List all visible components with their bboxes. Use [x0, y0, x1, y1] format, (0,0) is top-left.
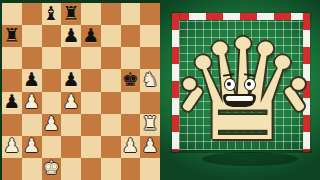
white-pawn-g2[interactable]: ♟ — [122, 136, 139, 155]
black-rook-d8[interactable]: ♜ — [63, 4, 80, 23]
square-g7[interactable] — [121, 25, 141, 47]
square-b6[interactable] — [22, 47, 42, 69]
square-h1[interactable] — [140, 158, 160, 180]
black-pawn-b5[interactable]: ♟ — [23, 70, 40, 89]
square-c7[interactable] — [42, 25, 62, 47]
square-c4[interactable] — [42, 92, 62, 114]
white-knight-h5[interactable]: ♞ — [142, 70, 159, 89]
square-h4[interactable] — [140, 92, 160, 114]
square-d1[interactable] — [61, 158, 81, 180]
queen-hand-left — [181, 76, 198, 92]
square-f1[interactable] — [101, 158, 121, 180]
square-a2[interactable]: ♟ — [2, 136, 22, 158]
square-d2[interactable] — [61, 136, 81, 158]
square-b1[interactable] — [22, 158, 42, 180]
queen-teeth — [226, 96, 253, 101]
square-f8[interactable] — [101, 3, 121, 25]
queen-hand-right — [290, 76, 307, 92]
square-c8[interactable]: ♝ — [42, 3, 62, 25]
square-f5[interactable] — [101, 69, 121, 91]
square-c3[interactable]: ♟ — [42, 114, 62, 136]
square-f4[interactable] — [101, 92, 121, 114]
square-d4[interactable]: ♟ — [61, 92, 81, 114]
white-pawn-b2[interactable]: ♟ — [23, 136, 40, 155]
square-a5[interactable] — [2, 69, 22, 91]
square-d6[interactable] — [61, 47, 81, 69]
chess-board[interactable]: ♝♜♜♟♟♟♟♚♞♟♟♟♟♜♟♟♟♟♚ — [2, 3, 160, 180]
square-h2[interactable]: ♟ — [140, 136, 160, 158]
white-pawn-a2[interactable]: ♟ — [3, 136, 20, 155]
square-e8[interactable] — [81, 3, 101, 25]
square-g3[interactable] — [121, 114, 141, 136]
black-king-g5[interactable]: ♚ — [122, 70, 139, 89]
white-pawn-b4[interactable]: ♟ — [23, 92, 40, 111]
square-h8[interactable] — [140, 3, 160, 25]
thumbnail-stage: ♝♜♜♟♟♟♟♚♞♟♟♟♟♜♟♟♟♟♚ ♛ — [0, 0, 320, 180]
black-pawn-a4[interactable]: ♟ — [3, 92, 20, 111]
square-f2[interactable] — [101, 136, 121, 158]
square-g8[interactable] — [121, 3, 141, 25]
cartoon-queen-goalkeeper: ♛ — [178, 16, 308, 166]
square-b3[interactable] — [22, 114, 42, 136]
square-a4[interactable]: ♟ — [2, 92, 22, 114]
square-d5[interactable]: ♟ — [61, 69, 81, 91]
square-h5[interactable]: ♞ — [140, 69, 160, 91]
square-b2[interactable]: ♟ — [22, 136, 42, 158]
square-g1[interactable] — [121, 158, 141, 180]
square-d7[interactable]: ♟ — [61, 25, 81, 47]
square-g6[interactable] — [121, 47, 141, 69]
queen-pupil-right — [247, 82, 251, 86]
square-e3[interactable] — [81, 114, 101, 136]
white-rook-h3[interactable]: ♜ — [142, 114, 159, 133]
square-c2[interactable] — [42, 136, 62, 158]
black-bishop-c8[interactable]: ♝ — [43, 4, 60, 23]
square-g5[interactable]: ♚ — [121, 69, 141, 91]
square-a6[interactable] — [2, 47, 22, 69]
square-e4[interactable] — [81, 92, 101, 114]
white-pawn-h2[interactable]: ♟ — [142, 136, 159, 155]
square-b8[interactable] — [22, 3, 42, 25]
square-c6[interactable] — [42, 47, 62, 69]
white-pawn-d4[interactable]: ♟ — [63, 92, 80, 111]
square-f6[interactable] — [101, 47, 121, 69]
black-pawn-d5[interactable]: ♟ — [63, 70, 80, 89]
black-rook-a7[interactable]: ♜ — [3, 26, 20, 45]
square-f3[interactable] — [101, 114, 121, 136]
square-e7[interactable]: ♟ — [81, 25, 101, 47]
goalkeeper-scene: ♛ — [160, 0, 320, 180]
square-e5[interactable] — [81, 69, 101, 91]
queen-smile — [223, 94, 256, 107]
square-h6[interactable] — [140, 47, 160, 69]
square-h3[interactable]: ♜ — [140, 114, 160, 136]
square-b7[interactable] — [22, 25, 42, 47]
queen-eye-right — [244, 78, 256, 91]
square-g2[interactable]: ♟ — [121, 136, 141, 158]
square-e2[interactable] — [81, 136, 101, 158]
square-f7[interactable] — [101, 25, 121, 47]
square-a7[interactable]: ♜ — [2, 25, 22, 47]
white-king-c1[interactable]: ♚ — [43, 158, 60, 177]
queen-pupil-left — [227, 82, 231, 86]
black-pawn-e7[interactable]: ♟ — [82, 26, 99, 45]
square-d3[interactable] — [61, 114, 81, 136]
black-pawn-d7[interactable]: ♟ — [63, 26, 80, 45]
square-b4[interactable]: ♟ — [22, 92, 42, 114]
square-h7[interactable] — [140, 25, 160, 47]
square-c5[interactable] — [42, 69, 62, 91]
white-pawn-c3[interactable]: ♟ — [43, 114, 60, 133]
square-e1[interactable] — [81, 158, 101, 180]
square-a8[interactable] — [2, 3, 22, 25]
square-e6[interactable] — [81, 47, 101, 69]
square-c1[interactable]: ♚ — [42, 158, 62, 180]
square-g4[interactable] — [121, 92, 141, 114]
square-b5[interactable]: ♟ — [22, 69, 42, 91]
square-a3[interactable] — [2, 114, 22, 136]
square-d8[interactable]: ♜ — [61, 3, 81, 25]
queen-eye-left — [224, 78, 236, 91]
square-a1[interactable] — [2, 158, 22, 180]
